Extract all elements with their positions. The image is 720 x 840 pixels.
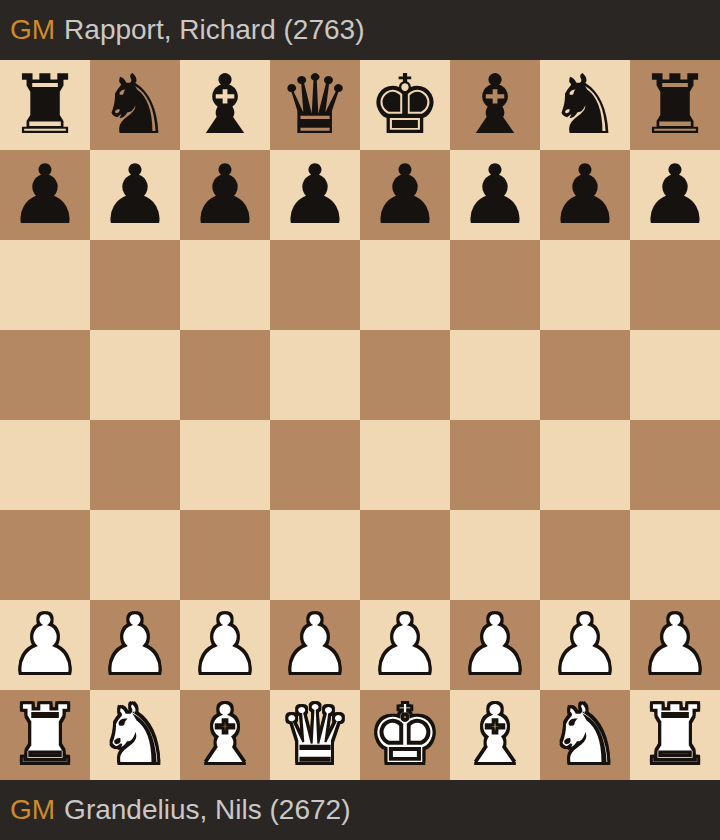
- square-c3[interactable]: [180, 510, 270, 600]
- black-bishop-c8[interactable]: ♝: [188, 60, 262, 150]
- white-pawn-e2[interactable]: ♟: [368, 600, 442, 690]
- square-a5[interactable]: [0, 330, 90, 420]
- black-bishop-f8[interactable]: ♝: [458, 60, 532, 150]
- square-d5[interactable]: [270, 330, 360, 420]
- square-e7[interactable]: ♟: [360, 150, 450, 240]
- square-b2[interactable]: ♟: [90, 600, 180, 690]
- square-d1[interactable]: ♛: [270, 690, 360, 780]
- player-title-white: GM: [10, 794, 55, 826]
- square-b6[interactable]: [90, 240, 180, 330]
- chess-board: ♜♞♝♛♚♝♞♜♟♟♟♟♟♟♟♟♟♟♟♟♟♟♟♟♜♞♝♛♚♝♞♜: [0, 60, 720, 780]
- square-b7[interactable]: ♟: [90, 150, 180, 240]
- black-knight-g8[interactable]: ♞: [548, 60, 622, 150]
- white-queen-d1[interactable]: ♛: [278, 690, 352, 780]
- black-rook-a8[interactable]: ♜: [8, 60, 82, 150]
- player-bar-white: GM Grandelius, Nils (2672): [0, 780, 720, 840]
- square-d3[interactable]: [270, 510, 360, 600]
- square-f8[interactable]: ♝: [450, 60, 540, 150]
- square-a1[interactable]: ♜: [0, 690, 90, 780]
- black-pawn-a7[interactable]: ♟: [8, 150, 82, 240]
- square-c1[interactable]: ♝: [180, 690, 270, 780]
- square-h1[interactable]: ♜: [630, 690, 720, 780]
- square-h8[interactable]: ♜: [630, 60, 720, 150]
- square-f1[interactable]: ♝: [450, 690, 540, 780]
- square-h4[interactable]: [630, 420, 720, 510]
- square-c7[interactable]: ♟: [180, 150, 270, 240]
- square-e2[interactable]: ♟: [360, 600, 450, 690]
- chess-broadcast-view: GM Rapport, Richard (2763) ♜♞♝♛♚♝♞♜♟♟♟♟♟…: [0, 0, 720, 840]
- white-rook-a1[interactable]: ♜: [8, 690, 82, 780]
- black-king-e8[interactable]: ♚: [368, 60, 442, 150]
- white-bishop-c1[interactable]: ♝: [188, 690, 262, 780]
- square-f5[interactable]: [450, 330, 540, 420]
- square-h7[interactable]: ♟: [630, 150, 720, 240]
- square-g3[interactable]: [540, 510, 630, 600]
- white-pawn-h2[interactable]: ♟: [638, 600, 712, 690]
- square-b4[interactable]: [90, 420, 180, 510]
- square-d8[interactable]: ♛: [270, 60, 360, 150]
- square-g1[interactable]: ♞: [540, 690, 630, 780]
- square-d6[interactable]: [270, 240, 360, 330]
- square-a3[interactable]: [0, 510, 90, 600]
- square-f2[interactable]: ♟: [450, 600, 540, 690]
- white-pawn-d2[interactable]: ♟: [278, 600, 352, 690]
- square-h2[interactable]: ♟: [630, 600, 720, 690]
- square-b3[interactable]: [90, 510, 180, 600]
- black-pawn-b7[interactable]: ♟: [98, 150, 172, 240]
- player-name-black: Rapport, Richard (2763): [64, 14, 364, 46]
- square-a8[interactable]: ♜: [0, 60, 90, 150]
- square-h6[interactable]: [630, 240, 720, 330]
- white-bishop-f1[interactable]: ♝: [458, 690, 532, 780]
- square-e1[interactable]: ♚: [360, 690, 450, 780]
- player-bar-black: GM Rapport, Richard (2763): [0, 0, 720, 60]
- black-pawn-f7[interactable]: ♟: [458, 150, 532, 240]
- square-g7[interactable]: ♟: [540, 150, 630, 240]
- square-g8[interactable]: ♞: [540, 60, 630, 150]
- square-b5[interactable]: [90, 330, 180, 420]
- square-e5[interactable]: [360, 330, 450, 420]
- square-a6[interactable]: [0, 240, 90, 330]
- black-pawn-h7[interactable]: ♟: [638, 150, 712, 240]
- square-f6[interactable]: [450, 240, 540, 330]
- square-g2[interactable]: ♟: [540, 600, 630, 690]
- black-pawn-d7[interactable]: ♟: [278, 150, 352, 240]
- black-pawn-e7[interactable]: ♟: [368, 150, 442, 240]
- player-title-black: GM: [10, 14, 55, 46]
- square-c4[interactable]: [180, 420, 270, 510]
- square-a7[interactable]: ♟: [0, 150, 90, 240]
- square-h5[interactable]: [630, 330, 720, 420]
- square-e6[interactable]: [360, 240, 450, 330]
- white-knight-g1[interactable]: ♞: [548, 690, 622, 780]
- white-pawn-c2[interactable]: ♟: [188, 600, 262, 690]
- square-f3[interactable]: [450, 510, 540, 600]
- square-e8[interactable]: ♚: [360, 60, 450, 150]
- black-rook-h8[interactable]: ♜: [638, 60, 712, 150]
- white-rook-h1[interactable]: ♜: [638, 690, 712, 780]
- square-d7[interactable]: ♟: [270, 150, 360, 240]
- square-b1[interactable]: ♞: [90, 690, 180, 780]
- square-g6[interactable]: [540, 240, 630, 330]
- square-f7[interactable]: ♟: [450, 150, 540, 240]
- player-name-white: Grandelius, Nils (2672): [64, 794, 350, 826]
- square-h3[interactable]: [630, 510, 720, 600]
- black-pawn-c7[interactable]: ♟: [188, 150, 262, 240]
- square-f4[interactable]: [450, 420, 540, 510]
- square-e4[interactable]: [360, 420, 450, 510]
- square-b8[interactable]: ♞: [90, 60, 180, 150]
- square-e3[interactable]: [360, 510, 450, 600]
- square-c6[interactable]: [180, 240, 270, 330]
- square-g4[interactable]: [540, 420, 630, 510]
- black-knight-b8[interactable]: ♞: [98, 60, 172, 150]
- square-d2[interactable]: ♟: [270, 600, 360, 690]
- white-knight-b1[interactable]: ♞: [98, 690, 172, 780]
- black-pawn-g7[interactable]: ♟: [548, 150, 622, 240]
- square-c2[interactable]: ♟: [180, 600, 270, 690]
- square-a4[interactable]: [0, 420, 90, 510]
- white-pawn-g2[interactable]: ♟: [548, 600, 622, 690]
- square-a2[interactable]: ♟: [0, 600, 90, 690]
- square-c8[interactable]: ♝: [180, 60, 270, 150]
- white-pawn-a2[interactable]: ♟: [8, 600, 82, 690]
- black-queen-d8[interactable]: ♛: [278, 60, 352, 150]
- white-pawn-b2[interactable]: ♟: [98, 600, 172, 690]
- square-d4[interactable]: [270, 420, 360, 510]
- white-king-e1[interactable]: ♚: [368, 690, 442, 780]
- square-g5[interactable]: [540, 330, 630, 420]
- white-pawn-f2[interactable]: ♟: [458, 600, 532, 690]
- square-c5[interactable]: [180, 330, 270, 420]
